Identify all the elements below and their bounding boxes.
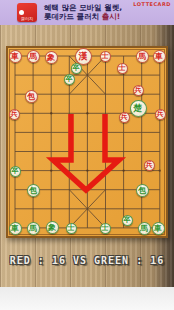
piece-red-cannon-a[interactable]: 包 <box>25 90 38 103</box>
piece-green-soldier-b[interactable]: 卒 <box>64 74 75 85</box>
piece-green-soldier-d[interactable]: 卒 <box>122 215 133 226</box>
lotte-card-icon: 클러치 <box>17 3 37 22</box>
piece-red-elephant-a[interactable]: 象 <box>45 51 58 64</box>
piece-red-guard-a[interactable]: 士 <box>100 51 111 62</box>
piece-green-chariot-a[interactable]: 車 <box>9 222 22 235</box>
board[interactable]: 車馬象漢士士馬車包兵兵兵兵兵卒卒楚卒包包車馬象士士卒馬車 <box>6 46 168 238</box>
ad-line-1: 혜택 많은 모바일 월렛, <box>44 3 122 12</box>
piece-green-soldier-c[interactable]: 卒 <box>10 166 21 177</box>
piece-red-horse-a[interactable]: 馬 <box>27 50 40 63</box>
move-hint-arrow <box>8 48 166 236</box>
ad-brand-logo: LOTTECARD <box>133 1 171 7</box>
card-label: 클러치 <box>19 15 36 20</box>
piece-green-soldier-a[interactable]: 卒 <box>71 63 82 74</box>
card-chip-dot <box>19 10 24 15</box>
piece-red-king[interactable]: 漢 <box>75 48 92 65</box>
piece-green-king[interactable]: 楚 <box>130 100 147 117</box>
piece-green-elephant-a[interactable]: 象 <box>46 221 59 234</box>
piece-red-soldier-b[interactable]: 兵 <box>133 85 144 96</box>
ad-banner[interactable]: LOTTECARD 클러치 혜택 많은 모바일 월렛, 롯데카드 클러치 출시! <box>0 0 174 25</box>
piece-green-cannon-b[interactable]: 包 <box>136 184 149 197</box>
piece-green-guard-b[interactable]: 士 <box>100 223 111 234</box>
piece-red-guard-b[interactable]: 士 <box>117 63 128 74</box>
score-text: RED : 16 VS GREEN : 16 <box>0 255 174 266</box>
piece-red-chariot-b[interactable]: 車 <box>153 50 166 63</box>
bottom-blank-band <box>0 287 174 310</box>
piece-green-chariot-b[interactable]: 車 <box>152 222 165 235</box>
piece-green-guard-a[interactable]: 士 <box>66 223 77 234</box>
piece-red-chariot-a[interactable]: 車 <box>9 50 22 63</box>
ad-text: 혜택 많은 모바일 월렛, 롯데카드 클러치 출시! <box>44 3 122 21</box>
piece-green-horse-a[interactable]: 馬 <box>27 222 40 235</box>
piece-red-soldier-d[interactable]: 兵 <box>119 112 130 123</box>
piece-green-horse-b[interactable]: 馬 <box>138 222 151 235</box>
piece-red-horse-b[interactable]: 馬 <box>136 50 149 63</box>
ad-line-2: 롯데카드 클러치 출시! <box>44 12 122 21</box>
piece-red-soldier-a[interactable]: 兵 <box>9 109 20 120</box>
piece-red-soldier-e[interactable]: 兵 <box>144 160 155 171</box>
piece-red-soldier-c[interactable]: 兵 <box>155 109 166 120</box>
piece-green-cannon-a[interactable]: 包 <box>27 184 40 197</box>
